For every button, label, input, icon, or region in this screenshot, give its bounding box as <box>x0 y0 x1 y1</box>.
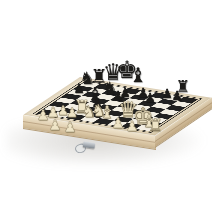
white-queen-piece: ♛ <box>118 99 138 121</box>
black-rook-piece: ♜ <box>176 79 190 95</box>
white-pawn-piece: ♟ <box>57 104 69 117</box>
black-pawn-piece: ♟ <box>112 89 124 102</box>
black-queen-piece: ♛ <box>103 61 124 84</box>
black-pawn-piece: ♟ <box>161 87 173 100</box>
white-pawn-piece: ♟ <box>37 108 50 122</box>
black-pawn-piece: ♟ <box>171 89 183 102</box>
white-pawn-piece: ♟ <box>49 118 62 132</box>
black-king-piece: ♚ <box>116 58 138 82</box>
black-pawn-piece: ♟ <box>73 82 85 95</box>
black-pawn-piece: ♟ <box>91 96 103 109</box>
black-knight-piece: ♞ <box>102 80 117 97</box>
pieces-layer: ♞♟♜♛♚♝♝♞♟♟♟♟♟♟♜♟♟♟♟♟♜♞♞♝♟♟♛♟♟♚♝♜ <box>0 0 222 222</box>
white-knight-piece: ♞ <box>92 103 106 119</box>
white-king-piece: ♚ <box>133 105 154 128</box>
white-pawn-piece: ♟ <box>64 120 77 134</box>
white-pawn-piece: ♟ <box>66 106 78 119</box>
black-pawn-piece: ♟ <box>119 86 131 99</box>
black-bishop-piece: ♝ <box>129 65 147 85</box>
black-rook-piece: ♜ <box>90 67 107 86</box>
black-pawn-piece: ♟ <box>144 91 156 104</box>
white-rook-piece: ♜ <box>74 98 90 116</box>
white-knight-piece: ♞ <box>82 104 96 120</box>
white-pawn-piece: ♟ <box>126 119 139 133</box>
black-pawn-piece: ♟ <box>137 86 149 99</box>
white-pawn-piece: ♟ <box>47 105 60 119</box>
white-rook-piece: ♜ <box>147 117 162 134</box>
product-photo: ♞♟♜♛♚♝♝♞♟♟♟♟♟♟♜♟♟♟♟♟♜♞♞♝♟♟♛♟♟♚♝♜ <box>0 0 222 222</box>
white-bishop-piece: ♝ <box>141 113 156 130</box>
black-knight-piece: ♞ <box>79 70 94 87</box>
white-pawn-piece: ♟ <box>112 116 125 130</box>
white-bishop-piece: ♝ <box>99 104 114 121</box>
black-bishop-piece: ♝ <box>87 85 103 103</box>
